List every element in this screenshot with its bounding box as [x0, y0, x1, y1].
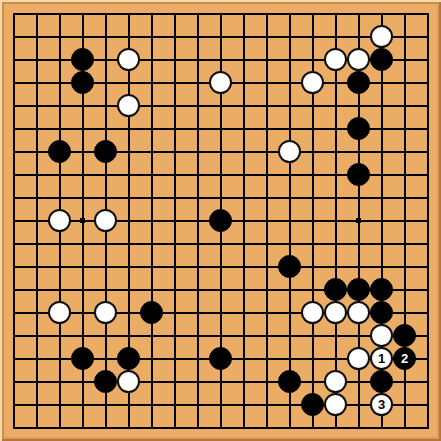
black-stone: [370, 370, 393, 393]
grid-line-vertical: [243, 13, 245, 429]
white-stone: [370, 324, 393, 347]
white-stone: [347, 347, 370, 370]
black-stone: [370, 301, 393, 324]
white-stone: [324, 301, 347, 324]
star-point: [80, 218, 85, 223]
white-stone: [117, 370, 140, 393]
black-stone: [48, 140, 71, 163]
white-stone: 3: [370, 393, 393, 416]
black-stone: [393, 324, 416, 347]
move-number-label: 1: [378, 352, 385, 365]
grid-line-vertical: [266, 13, 268, 429]
move-number-label: 3: [378, 398, 385, 411]
white-stone: [278, 140, 301, 163]
move-number-label: 2: [401, 352, 408, 365]
black-stone: [347, 71, 370, 94]
black-stone: [347, 163, 370, 186]
black-stone: [94, 370, 117, 393]
black-stone: [370, 48, 393, 71]
white-stone: [301, 301, 324, 324]
black-stone: [324, 278, 347, 301]
white-stone: [324, 393, 347, 416]
grid-line-horizontal: [13, 404, 429, 406]
grid-line-horizontal: [13, 335, 429, 337]
black-stone: [140, 301, 163, 324]
black-stone: [347, 117, 370, 140]
white-stone: [209, 71, 232, 94]
white-stone: [370, 25, 393, 48]
black-stone: [278, 370, 301, 393]
grid-line-horizontal: [13, 243, 429, 245]
white-stone: [48, 209, 71, 232]
grid-line-vertical: [335, 13, 337, 429]
black-stone: [117, 347, 140, 370]
white-stone: [94, 209, 117, 232]
grid-line-vertical: [289, 13, 291, 429]
grid-line-vertical: [427, 13, 429, 429]
white-stone: [324, 370, 347, 393]
black-stone: [278, 255, 301, 278]
star-point: [356, 218, 361, 223]
white-stone: [347, 48, 370, 71]
white-stone: [347, 301, 370, 324]
black-stone: [71, 347, 94, 370]
white-stone: [324, 48, 347, 71]
white-stone: [117, 94, 140, 117]
black-stone: 2: [393, 347, 416, 370]
white-stone: [94, 301, 117, 324]
black-stone: [71, 71, 94, 94]
go-board: 123: [0, 0, 441, 441]
grid-line-horizontal: [13, 381, 429, 383]
black-stone: [347, 278, 370, 301]
grid-line-horizontal: [13, 427, 429, 429]
grid-line-horizontal: [13, 266, 429, 268]
black-stone: [301, 393, 324, 416]
white-stone: [301, 71, 324, 94]
black-stone: [209, 209, 232, 232]
white-stone: 1: [370, 347, 393, 370]
white-stone: [48, 301, 71, 324]
black-stone: [71, 48, 94, 71]
white-stone: [117, 48, 140, 71]
black-stone: [94, 140, 117, 163]
black-stone: [370, 278, 393, 301]
black-stone: [209, 347, 232, 370]
